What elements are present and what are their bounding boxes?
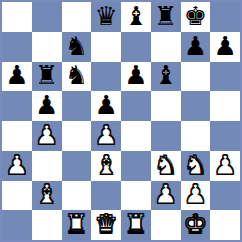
piece-black-pawn[interactable]: ♟: [35, 92, 58, 118]
square-e3[interactable]: [121, 151, 151, 181]
square-e6[interactable]: ♟: [121, 62, 151, 92]
square-b2[interactable]: ♝: [32, 181, 62, 211]
square-a2[interactable]: [2, 181, 32, 211]
piece-white-rook[interactable]: ♜: [65, 211, 88, 237]
square-h6[interactable]: [210, 62, 240, 92]
piece-black-pawn[interactable]: ♟: [94, 92, 117, 118]
square-b7[interactable]: [32, 32, 62, 62]
square-a1[interactable]: [2, 210, 32, 240]
square-c5[interactable]: [62, 91, 92, 121]
piece-white-queen[interactable]: ♛: [94, 211, 117, 237]
piece-black-queen[interactable]: ♛: [94, 3, 117, 29]
square-g2[interactable]: ♟: [181, 181, 211, 211]
piece-white-knight[interactable]: ♞: [184, 152, 207, 178]
piece-white-pawn[interactable]: ♟: [35, 122, 58, 148]
piece-black-pawn[interactable]: ♟: [5, 62, 28, 88]
piece-black-knight[interactable]: ♞: [65, 62, 88, 88]
square-d5[interactable]: ♟: [91, 91, 121, 121]
piece-black-rook[interactable]: ♜: [35, 62, 58, 88]
square-a3[interactable]: ♟: [2, 151, 32, 181]
square-d3[interactable]: ♝: [91, 151, 121, 181]
piece-black-bishop[interactable]: ♝: [154, 62, 177, 88]
piece-white-knight[interactable]: ♞: [154, 152, 177, 178]
square-b3[interactable]: [32, 151, 62, 181]
square-b5[interactable]: ♟: [32, 91, 62, 121]
square-d2[interactable]: [91, 181, 121, 211]
chess-board: ♛♝♜♚♞♟♟♟♜♞♟♝♟♟♟♟♟♝♞♞♟♝♟♟♜♛♜♚: [0, 0, 242, 242]
piece-white-pawn[interactable]: ♟: [184, 181, 207, 207]
square-c4[interactable]: [62, 121, 92, 151]
square-g7[interactable]: ♟: [181, 32, 211, 62]
piece-white-pawn[interactable]: ♟: [154, 181, 177, 207]
square-e7[interactable]: [121, 32, 151, 62]
square-e1[interactable]: ♜: [121, 210, 151, 240]
square-a7[interactable]: [2, 32, 32, 62]
square-f5[interactable]: [151, 91, 181, 121]
square-g5[interactable]: [181, 91, 211, 121]
square-c3[interactable]: [62, 151, 92, 181]
piece-white-pawn[interactable]: ♟: [5, 152, 28, 178]
square-d8[interactable]: ♛: [91, 2, 121, 32]
square-f1[interactable]: [151, 210, 181, 240]
square-c8[interactable]: [62, 2, 92, 32]
square-g1[interactable]: ♚: [181, 210, 211, 240]
square-a8[interactable]: [2, 2, 32, 32]
square-g3[interactable]: ♞: [181, 151, 211, 181]
square-h2[interactable]: [210, 181, 240, 211]
square-e5[interactable]: [121, 91, 151, 121]
piece-black-pawn[interactable]: ♟: [213, 33, 236, 59]
square-h7[interactable]: ♟: [210, 32, 240, 62]
square-d7[interactable]: [91, 32, 121, 62]
square-a4[interactable]: [2, 121, 32, 151]
square-d4[interactable]: ♟: [91, 121, 121, 151]
square-a6[interactable]: ♟: [2, 62, 32, 92]
square-d1[interactable]: ♛: [91, 210, 121, 240]
piece-black-pawn[interactable]: ♟: [184, 33, 207, 59]
piece-black-pawn[interactable]: ♟: [124, 62, 147, 88]
square-e4[interactable]: [121, 121, 151, 151]
square-h3[interactable]: ♟: [210, 151, 240, 181]
piece-white-pawn[interactable]: ♟: [213, 152, 236, 178]
piece-white-king[interactable]: ♚: [184, 211, 207, 237]
piece-white-bishop[interactable]: ♝: [94, 152, 117, 178]
square-b6[interactable]: ♜: [32, 62, 62, 92]
square-c7[interactable]: ♞: [62, 32, 92, 62]
square-e8[interactable]: ♝: [121, 2, 151, 32]
square-c6[interactable]: ♞: [62, 62, 92, 92]
piece-black-knight[interactable]: ♞: [65, 33, 88, 59]
square-f7[interactable]: [151, 32, 181, 62]
square-h5[interactable]: [210, 91, 240, 121]
piece-black-rook[interactable]: ♜: [154, 3, 177, 29]
piece-white-rook[interactable]: ♜: [124, 211, 147, 237]
square-c2[interactable]: [62, 181, 92, 211]
square-g6[interactable]: [181, 62, 211, 92]
square-b1[interactable]: [32, 210, 62, 240]
square-a5[interactable]: [2, 91, 32, 121]
square-b8[interactable]: [32, 2, 62, 32]
square-e2[interactable]: [121, 181, 151, 211]
square-b4[interactable]: ♟: [32, 121, 62, 151]
square-g8[interactable]: ♚: [181, 2, 211, 32]
piece-black-bishop[interactable]: ♝: [124, 3, 147, 29]
square-f3[interactable]: ♞: [151, 151, 181, 181]
square-h1[interactable]: [210, 210, 240, 240]
square-f4[interactable]: [151, 121, 181, 151]
square-h4[interactable]: [210, 121, 240, 151]
piece-white-pawn[interactable]: ♟: [94, 122, 117, 148]
piece-white-bishop[interactable]: ♝: [35, 181, 58, 207]
square-f6[interactable]: ♝: [151, 62, 181, 92]
piece-black-king[interactable]: ♚: [184, 3, 207, 29]
square-d6[interactable]: [91, 62, 121, 92]
square-f8[interactable]: ♜: [151, 2, 181, 32]
square-g4[interactable]: [181, 121, 211, 151]
square-f2[interactable]: ♟: [151, 181, 181, 211]
square-c1[interactable]: ♜: [62, 210, 92, 240]
square-h8[interactable]: [210, 2, 240, 32]
